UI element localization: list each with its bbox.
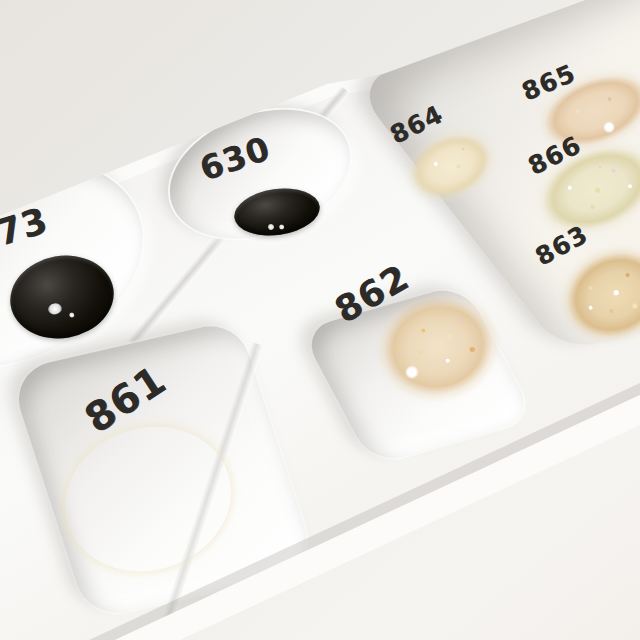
specular-glint bbox=[268, 224, 275, 231]
specular-glint bbox=[47, 302, 63, 315]
palette-body: 73 630 861 862 864 865 866 863 bbox=[0, 0, 640, 640]
palette-photo: 73 630 861 862 864 865 866 863 bbox=[0, 0, 640, 640]
specular-glint bbox=[279, 224, 285, 230]
specular-glint bbox=[69, 312, 75, 318]
